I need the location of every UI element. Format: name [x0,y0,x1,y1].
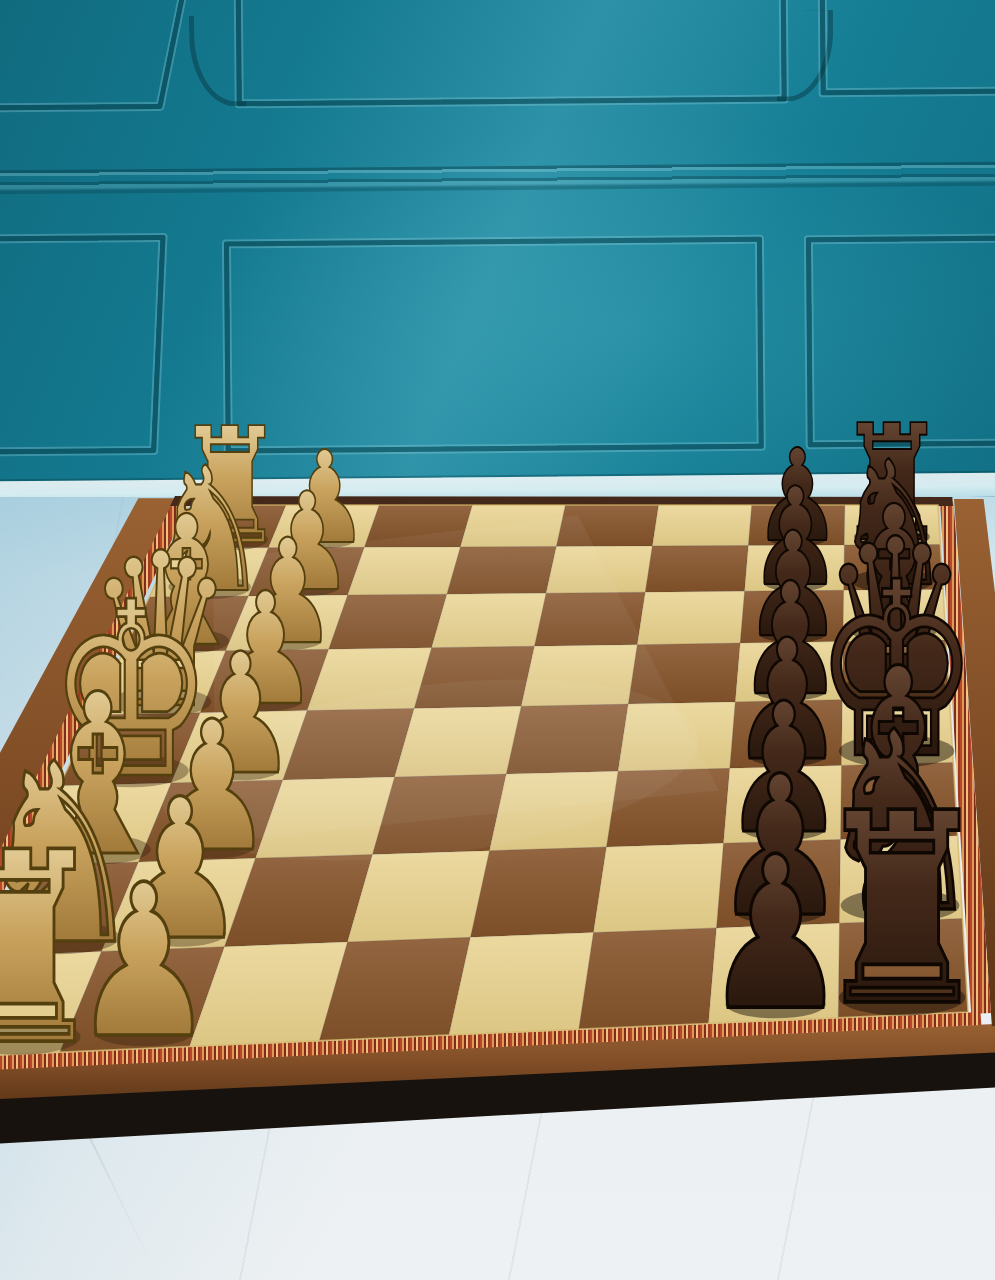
piece-white-pawn-h2: ♟ [71,840,216,1084]
square-h5 [449,933,594,1035]
square-g5 [471,847,607,937]
piece-black-rook-h8: ♜ [811,756,993,1064]
square-b6 [645,546,748,593]
photo-scene: ♜♟♟♜♞♟♟♞♝♟♟♝♛♟♟♛♚♟♟♚♝♟♟♝♞♟♟♞♜♟♟♜ [0,0,995,1280]
square-c6 [637,591,744,644]
square-h6 [579,928,717,1029]
chess-board-scene: ♜♟♟♜♞♟♟♞♝♟♟♝♛♟♟♛♚♟♟♚♝♟♟♝♞♟♟♞♜♟♟♜ [0,0,995,1280]
square-a6 [652,505,751,546]
